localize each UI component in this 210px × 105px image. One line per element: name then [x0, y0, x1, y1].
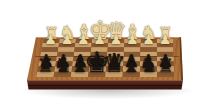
rim-fold-seam — [27, 85, 183, 86]
piece-white-pawn[interactable]: ♟ — [45, 33, 57, 47]
piece-white-pawn[interactable]: ♟ — [143, 33, 155, 47]
piece-black-knight[interactable]: ♞ — [139, 55, 158, 76]
chess-set-photo: ♜♞♝♛♚♝♞♜♟♟♟♟♟♟♟♟♟♟♟♟♟♟♟♟♜♞♝♛♚♝♞♜ — [0, 0, 210, 105]
piece-black-knight[interactable]: ♞ — [53, 55, 72, 76]
piece-white-pawn[interactable]: ♟ — [159, 33, 171, 47]
piece-black-rook[interactable]: ♜ — [157, 57, 174, 76]
board-front-rim — [27, 80, 183, 90]
piece-white-pawn[interactable]: ♟ — [61, 33, 73, 47]
piece-black-bishop[interactable]: ♝ — [69, 53, 90, 76]
piece-white-pawn[interactable]: ♟ — [126, 33, 138, 47]
piece-white-pawn[interactable]: ♟ — [110, 33, 122, 47]
piece-black-rook[interactable]: ♜ — [37, 57, 54, 76]
